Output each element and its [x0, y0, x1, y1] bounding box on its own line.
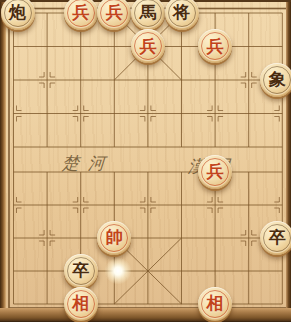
- piece-red-soldier[interactable]: 兵: [64, 0, 98, 30]
- piece-red-elephant[interactable]: 相: [198, 287, 232, 321]
- piece-black-soldier[interactable]: 卒: [64, 254, 98, 288]
- red-elephant-glyph: 相: [72, 295, 89, 312]
- red-soldier-glyph: 兵: [106, 4, 123, 21]
- red-soldier-glyph: 兵: [139, 38, 156, 55]
- black-horse-glyph: 馬: [139, 4, 156, 21]
- piece-red-elephant[interactable]: 相: [64, 287, 98, 321]
- black-soldier-glyph: 卒: [269, 229, 286, 246]
- xiangqi-board[interactable]: 楚河 漢界 炮兵兵馬将兵兵象兵帥卒卒相相: [0, 0, 291, 322]
- black-cannon-glyph: 炮: [9, 4, 26, 21]
- black-general-glyph: 将: [173, 4, 190, 21]
- piece-red-general[interactable]: 帥: [97, 221, 131, 255]
- piece-black-elephant[interactable]: 象: [260, 63, 291, 97]
- black-elephant-glyph: 象: [269, 71, 286, 88]
- river-label-chu-he: 楚河: [61, 152, 115, 175]
- piece-black-cannon[interactable]: 炮: [1, 0, 35, 30]
- red-soldier-glyph: 兵: [207, 38, 224, 55]
- piece-black-soldier[interactable]: 卒: [260, 221, 291, 255]
- piece-red-soldier[interactable]: 兵: [198, 155, 232, 189]
- red-general-glyph: 帥: [106, 229, 123, 246]
- red-elephant-glyph: 相: [207, 295, 224, 312]
- piece-red-soldier[interactable]: 兵: [131, 29, 165, 63]
- black-soldier-glyph: 卒: [72, 262, 89, 279]
- red-soldier-glyph: 兵: [207, 163, 224, 180]
- red-soldier-glyph: 兵: [72, 4, 89, 21]
- piece-black-general[interactable]: 将: [165, 0, 199, 30]
- piece-black-horse[interactable]: 馬: [131, 0, 165, 30]
- piece-red-soldier[interactable]: 兵: [198, 29, 232, 63]
